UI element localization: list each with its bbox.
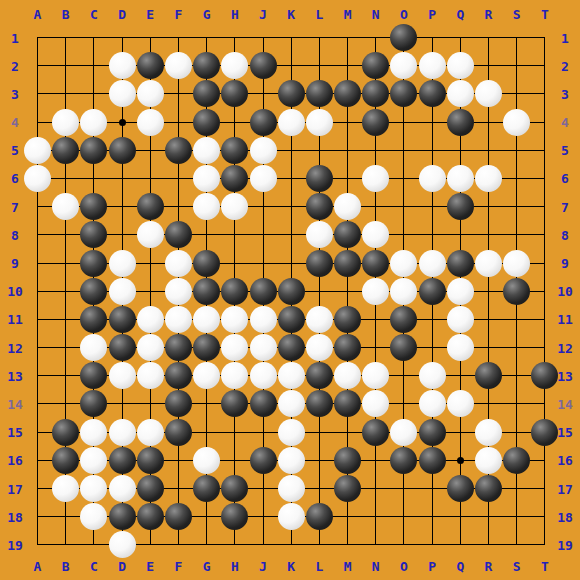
white-stone-J11[interactable] bbox=[250, 306, 277, 333]
white-stone-K16[interactable] bbox=[278, 447, 305, 474]
coord-label-Q: Q bbox=[456, 560, 464, 573]
coord-label-B: B bbox=[62, 560, 70, 573]
black-stone-J2[interactable] bbox=[250, 52, 277, 79]
coord-label-K: K bbox=[287, 8, 295, 21]
black-stone-N15[interactable] bbox=[362, 419, 389, 446]
coord-label-A: A bbox=[34, 560, 42, 573]
black-stone-D5[interactable] bbox=[109, 137, 136, 164]
white-stone-P9[interactable] bbox=[419, 250, 446, 277]
coord-label-J: J bbox=[259, 8, 267, 21]
black-stone-K11[interactable] bbox=[278, 306, 305, 333]
black-stone-M16[interactable] bbox=[334, 447, 361, 474]
coord-label-6: 6 bbox=[11, 172, 19, 185]
white-stone-E3[interactable] bbox=[137, 80, 164, 107]
coord-label-1: 1 bbox=[11, 31, 19, 44]
black-stone-Q7[interactable] bbox=[447, 193, 474, 220]
coord-label-4: 4 bbox=[561, 116, 569, 129]
black-stone-G10[interactable] bbox=[193, 278, 220, 305]
white-stone-F11[interactable] bbox=[165, 306, 192, 333]
white-stone-R9[interactable] bbox=[475, 250, 502, 277]
black-stone-E7[interactable] bbox=[137, 193, 164, 220]
black-stone-F12[interactable] bbox=[165, 334, 192, 361]
white-stone-E15[interactable] bbox=[137, 419, 164, 446]
coord-label-P: P bbox=[428, 560, 436, 573]
white-stone-O9[interactable] bbox=[390, 250, 417, 277]
black-stone-M12[interactable] bbox=[334, 334, 361, 361]
white-stone-K17[interactable] bbox=[278, 475, 305, 502]
coord-label-18: 18 bbox=[7, 510, 23, 523]
black-stone-L9[interactable] bbox=[306, 250, 333, 277]
white-stone-D13[interactable] bbox=[109, 362, 136, 389]
black-stone-F18[interactable] bbox=[165, 503, 192, 530]
black-stone-B5[interactable] bbox=[52, 137, 79, 164]
white-stone-E11[interactable] bbox=[137, 306, 164, 333]
coord-label-11: 11 bbox=[557, 313, 573, 326]
black-stone-E17[interactable] bbox=[137, 475, 164, 502]
coord-label-5: 5 bbox=[11, 144, 19, 157]
coord-label-6: 6 bbox=[561, 172, 569, 185]
coord-label-15: 15 bbox=[7, 426, 23, 439]
black-stone-K10[interactable] bbox=[278, 278, 305, 305]
coord-label-T: T bbox=[541, 560, 549, 573]
black-stone-F13[interactable] bbox=[165, 362, 192, 389]
coord-label-14: 14 bbox=[557, 397, 573, 410]
black-stone-M9[interactable] bbox=[334, 250, 361, 277]
black-stone-L13[interactable] bbox=[306, 362, 333, 389]
coord-label-E: E bbox=[146, 560, 154, 573]
white-stone-L11[interactable] bbox=[306, 306, 333, 333]
coord-label-19: 19 bbox=[557, 538, 573, 551]
black-stone-G9[interactable] bbox=[193, 250, 220, 277]
coord-label-H: H bbox=[231, 8, 239, 21]
white-stone-P14[interactable] bbox=[419, 390, 446, 417]
coord-label-19: 19 bbox=[7, 538, 23, 551]
white-stone-F10[interactable] bbox=[165, 278, 192, 305]
white-stone-D17[interactable] bbox=[109, 475, 136, 502]
black-stone-C9[interactable] bbox=[80, 250, 107, 277]
coord-label-B: B bbox=[62, 8, 70, 21]
white-stone-S4[interactable] bbox=[503, 109, 530, 136]
white-stone-D3[interactable] bbox=[109, 80, 136, 107]
coord-label-R: R bbox=[485, 560, 493, 573]
white-stone-L12[interactable] bbox=[306, 334, 333, 361]
black-stone-P15[interactable] bbox=[419, 419, 446, 446]
coord-label-17: 17 bbox=[557, 482, 573, 495]
go-board[interactable]: AABBCCDDEEFFGGHHJJKKLLMMNNOOPPQQRRSSTT11… bbox=[0, 0, 580, 580]
coord-label-F: F bbox=[175, 8, 183, 21]
black-stone-J14[interactable] bbox=[250, 390, 277, 417]
white-stone-Q12[interactable] bbox=[447, 334, 474, 361]
coord-label-F: F bbox=[175, 560, 183, 573]
white-stone-P2[interactable] bbox=[419, 52, 446, 79]
black-stone-P3[interactable] bbox=[419, 80, 446, 107]
white-stone-J6[interactable] bbox=[250, 165, 277, 192]
white-stone-D9[interactable] bbox=[109, 250, 136, 277]
coord-label-10: 10 bbox=[557, 285, 573, 298]
white-stone-D15[interactable] bbox=[109, 419, 136, 446]
black-stone-F15[interactable] bbox=[165, 419, 192, 446]
black-stone-G17[interactable] bbox=[193, 475, 220, 502]
coord-label-Q: Q bbox=[456, 8, 464, 21]
black-stone-J16[interactable] bbox=[250, 447, 277, 474]
black-stone-S16[interactable] bbox=[503, 447, 530, 474]
black-stone-E18[interactable] bbox=[137, 503, 164, 530]
coord-label-16: 16 bbox=[7, 454, 23, 467]
white-stone-Q10[interactable] bbox=[447, 278, 474, 305]
coord-label-H: H bbox=[231, 560, 239, 573]
white-stone-N10[interactable] bbox=[362, 278, 389, 305]
black-stone-L7[interactable] bbox=[306, 193, 333, 220]
white-stone-E8[interactable] bbox=[137, 221, 164, 248]
white-stone-Q6[interactable] bbox=[447, 165, 474, 192]
black-stone-R17[interactable] bbox=[475, 475, 502, 502]
white-stone-K14[interactable] bbox=[278, 390, 305, 417]
white-stone-G11[interactable] bbox=[193, 306, 220, 333]
coord-label-M: M bbox=[344, 8, 352, 21]
coord-label-J: J bbox=[259, 560, 267, 573]
coord-label-2: 2 bbox=[561, 59, 569, 72]
coord-label-M: M bbox=[344, 560, 352, 573]
star-point-Q16 bbox=[457, 457, 464, 464]
white-stone-J13[interactable] bbox=[250, 362, 277, 389]
coord-label-S: S bbox=[513, 8, 521, 21]
white-stone-L4[interactable] bbox=[306, 109, 333, 136]
coord-label-C: C bbox=[90, 560, 98, 573]
coord-label-S: S bbox=[513, 560, 521, 573]
black-stone-J4[interactable] bbox=[250, 109, 277, 136]
coord-label-7: 7 bbox=[561, 200, 569, 213]
white-stone-E4[interactable] bbox=[137, 109, 164, 136]
coord-label-G: G bbox=[203, 8, 211, 21]
coord-label-3: 3 bbox=[11, 87, 19, 100]
black-stone-Q4[interactable] bbox=[447, 109, 474, 136]
coord-label-8: 8 bbox=[561, 228, 569, 241]
black-stone-G4[interactable] bbox=[193, 109, 220, 136]
coord-label-18: 18 bbox=[557, 510, 573, 523]
coord-label-4: 4 bbox=[11, 116, 19, 129]
grid-line-vertical bbox=[544, 37, 545, 545]
white-stone-D19[interactable] bbox=[109, 531, 136, 558]
black-stone-D11[interactable] bbox=[109, 306, 136, 333]
black-stone-K3[interactable] bbox=[278, 80, 305, 107]
coord-label-8: 8 bbox=[11, 228, 19, 241]
black-stone-L6[interactable] bbox=[306, 165, 333, 192]
white-stone-A6[interactable] bbox=[24, 165, 51, 192]
coord-label-11: 11 bbox=[7, 313, 23, 326]
black-stone-N4[interactable] bbox=[362, 109, 389, 136]
coord-label-9: 9 bbox=[561, 257, 569, 270]
white-stone-Q2[interactable] bbox=[447, 52, 474, 79]
black-stone-Q17[interactable] bbox=[447, 475, 474, 502]
coord-label-12: 12 bbox=[7, 341, 23, 354]
coord-label-C: C bbox=[90, 8, 98, 21]
coord-label-T: T bbox=[541, 8, 549, 21]
white-stone-C15[interactable] bbox=[80, 419, 107, 446]
coord-label-10: 10 bbox=[7, 285, 23, 298]
white-stone-K15[interactable] bbox=[278, 419, 305, 446]
coord-label-1: 1 bbox=[561, 31, 569, 44]
coord-label-P: P bbox=[428, 8, 436, 21]
black-stone-S10[interactable] bbox=[503, 278, 530, 305]
white-stone-F9[interactable] bbox=[165, 250, 192, 277]
star-point-D4 bbox=[119, 119, 126, 126]
coord-label-N: N bbox=[372, 8, 380, 21]
coord-label-13: 13 bbox=[7, 369, 23, 382]
coord-label-2: 2 bbox=[11, 59, 19, 72]
coord-label-R: R bbox=[485, 8, 493, 21]
coord-label-O: O bbox=[400, 560, 408, 573]
white-stone-S9[interactable] bbox=[503, 250, 530, 277]
coord-label-14: 14 bbox=[7, 397, 23, 410]
white-stone-P13[interactable] bbox=[419, 362, 446, 389]
black-stone-K12[interactable] bbox=[278, 334, 305, 361]
white-stone-J5[interactable] bbox=[250, 137, 277, 164]
white-stone-F2[interactable] bbox=[165, 52, 192, 79]
coord-label-7: 7 bbox=[11, 200, 19, 213]
white-stone-E13[interactable] bbox=[137, 362, 164, 389]
black-stone-D12[interactable] bbox=[109, 334, 136, 361]
white-stone-K4[interactable] bbox=[278, 109, 305, 136]
black-stone-G12[interactable] bbox=[193, 334, 220, 361]
black-stone-P16[interactable] bbox=[419, 447, 446, 474]
white-stone-O15[interactable] bbox=[390, 419, 417, 446]
white-stone-M7[interactable] bbox=[334, 193, 361, 220]
black-stone-C10[interactable] bbox=[80, 278, 107, 305]
coord-label-D: D bbox=[118, 8, 126, 21]
coord-label-N: N bbox=[372, 560, 380, 573]
black-stone-C5[interactable] bbox=[80, 137, 107, 164]
black-stone-M11[interactable] bbox=[334, 306, 361, 333]
coord-label-L: L bbox=[315, 560, 323, 573]
coord-label-A: A bbox=[34, 8, 42, 21]
coord-label-3: 3 bbox=[561, 87, 569, 100]
black-stone-B15[interactable] bbox=[52, 419, 79, 446]
coord-label-K: K bbox=[287, 560, 295, 573]
coord-label-G: G bbox=[203, 560, 211, 573]
black-stone-N9[interactable] bbox=[362, 250, 389, 277]
black-stone-Q9[interactable] bbox=[447, 250, 474, 277]
white-stone-C4[interactable] bbox=[80, 109, 107, 136]
white-stone-D10[interactable] bbox=[109, 278, 136, 305]
coord-label-O: O bbox=[400, 8, 408, 21]
white-stone-R15[interactable] bbox=[475, 419, 502, 446]
white-stone-Q11[interactable] bbox=[447, 306, 474, 333]
black-stone-M17[interactable] bbox=[334, 475, 361, 502]
white-stone-K13[interactable] bbox=[278, 362, 305, 389]
black-stone-D16[interactable] bbox=[109, 447, 136, 474]
white-stone-O10[interactable] bbox=[390, 278, 417, 305]
white-stone-D2[interactable] bbox=[109, 52, 136, 79]
white-stone-G5[interactable] bbox=[193, 137, 220, 164]
white-stone-A5[interactable] bbox=[24, 137, 51, 164]
black-stone-L18[interactable] bbox=[306, 503, 333, 530]
white-stone-P6[interactable] bbox=[419, 165, 446, 192]
white-stone-N6[interactable] bbox=[362, 165, 389, 192]
coord-label-15: 15 bbox=[557, 426, 573, 439]
black-stone-D18[interactable] bbox=[109, 503, 136, 530]
black-stone-P10[interactable] bbox=[419, 278, 446, 305]
coord-label-E: E bbox=[146, 8, 154, 21]
white-stone-B4[interactable] bbox=[52, 109, 79, 136]
coord-label-D: D bbox=[118, 560, 126, 573]
black-stone-J10[interactable] bbox=[250, 278, 277, 305]
black-stone-T15[interactable] bbox=[531, 419, 558, 446]
white-stone-G6[interactable] bbox=[193, 165, 220, 192]
coord-label-17: 17 bbox=[7, 482, 23, 495]
coord-label-16: 16 bbox=[557, 454, 573, 467]
black-stone-E2[interactable] bbox=[137, 52, 164, 79]
coord-label-9: 9 bbox=[11, 257, 19, 270]
black-stone-H10[interactable] bbox=[221, 278, 248, 305]
white-stone-G16[interactable] bbox=[193, 447, 220, 474]
coord-label-13: 13 bbox=[557, 369, 573, 382]
coord-label-L: L bbox=[315, 8, 323, 21]
white-stone-R6[interactable] bbox=[475, 165, 502, 192]
black-stone-B16[interactable] bbox=[52, 447, 79, 474]
white-stone-E12[interactable] bbox=[137, 334, 164, 361]
white-stone-R16[interactable] bbox=[475, 447, 502, 474]
black-stone-H5[interactable] bbox=[221, 137, 248, 164]
white-stone-J12[interactable] bbox=[250, 334, 277, 361]
coord-label-12: 12 bbox=[557, 341, 573, 354]
coord-label-5: 5 bbox=[561, 144, 569, 157]
white-stone-K18[interactable] bbox=[278, 503, 305, 530]
black-stone-F5[interactable] bbox=[165, 137, 192, 164]
black-stone-E16[interactable] bbox=[137, 447, 164, 474]
